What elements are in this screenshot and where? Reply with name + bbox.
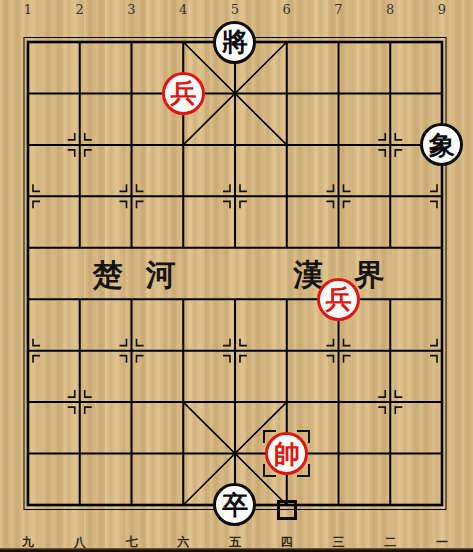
piece-glyph: 帥 bbox=[274, 441, 300, 467]
bottom-edge-bar bbox=[0, 548, 473, 552]
piece-black-soldier[interactable]: 卒 bbox=[213, 483, 256, 526]
piece-glyph: 兵 bbox=[170, 80, 196, 106]
piece-red-soldier-b[interactable]: 兵 bbox=[317, 278, 360, 321]
piece-glyph: 象 bbox=[429, 132, 455, 158]
piece-red-soldier-a[interactable]: 兵 bbox=[162, 72, 205, 115]
piece-glyph: 兵 bbox=[325, 286, 351, 312]
piece-red-general[interactable]: 帥 bbox=[265, 432, 308, 475]
piece-glyph: 將 bbox=[222, 29, 248, 55]
piece-layer[interactable]: 將兵象兵帥卒 bbox=[2, 16, 468, 530]
piece-glyph: 卒 bbox=[222, 492, 248, 518]
last-move-origin-marker bbox=[277, 500, 297, 520]
piece-black-elephant[interactable]: 象 bbox=[420, 123, 463, 166]
xiangqi-game-screen: 1 2 3 4 5 6 7 8 9 楚 河 漢 界 將兵象兵帥卒 九 八 七 六… bbox=[0, 0, 473, 552]
piece-black-general[interactable]: 將 bbox=[213, 21, 256, 64]
